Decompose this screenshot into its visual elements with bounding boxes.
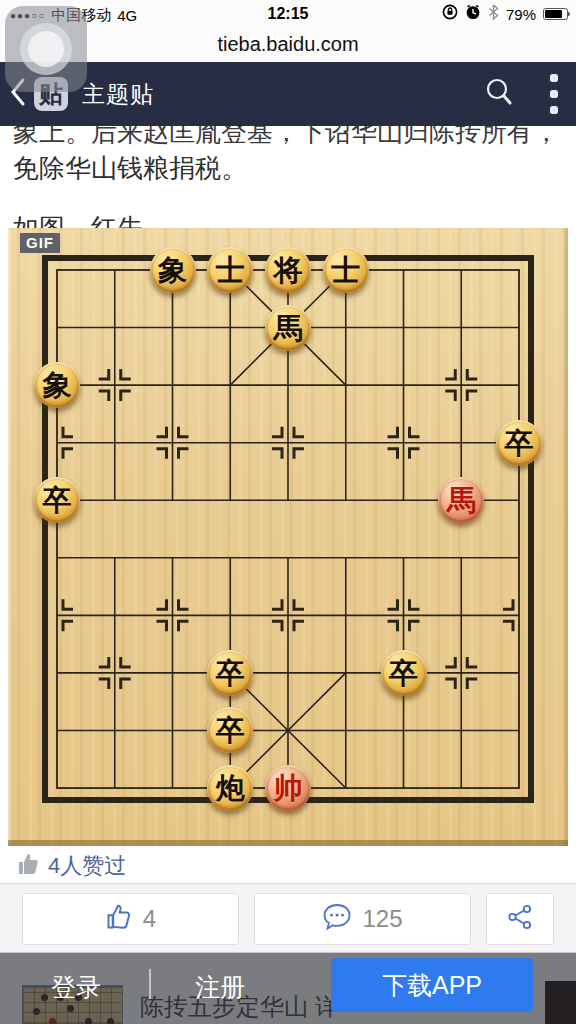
battery-icon [543, 8, 568, 20]
footer-divider [149, 969, 151, 999]
assistive-touch-button[interactable] [5, 6, 87, 92]
comment-count: 125 [362, 905, 402, 933]
share-icon [507, 904, 533, 934]
like-button[interactable]: 4 [22, 893, 239, 945]
comment-bubble-icon [322, 903, 352, 935]
post-line: 免除华山钱粮捐税。 [0, 152, 576, 185]
battery-percentage: 79% [506, 6, 536, 23]
overflow-menu-icon[interactable] [550, 74, 558, 114]
like-summary-label: 4人赞过 [48, 851, 126, 881]
alarm-icon [465, 4, 481, 24]
thumb-up-filled-icon [16, 852, 40, 880]
piece-black-卒[interactable]: 卒 [381, 650, 427, 696]
action-toolbar: 4 125 [0, 883, 576, 953]
piece-black-卒[interactable]: 卒 [34, 477, 80, 523]
bluetooth-icon [488, 4, 499, 24]
piece-black-象[interactable]: 象 [34, 362, 80, 408]
piece-black-馬[interactable]: 馬 [265, 305, 311, 351]
piece-black-卒[interactable]: 卒 [496, 420, 542, 466]
login-footer-bar: 登录 注册 下载APP [0, 953, 576, 1024]
like-count: 4 [143, 905, 156, 933]
piece-black-象[interactable]: 象 [150, 247, 196, 293]
comment-button[interactable]: 125 [254, 893, 471, 945]
piece-black-士[interactable]: 士 [323, 247, 369, 293]
page-title: 主题贴 [82, 79, 154, 110]
piece-black-卒[interactable]: 卒 [207, 650, 253, 696]
like-summary-row[interactable]: 4人赞过 [0, 848, 576, 883]
piece-black-士[interactable]: 士 [207, 247, 253, 293]
gif-badge: GIF [20, 233, 60, 253]
download-app-button[interactable]: 下载APP [331, 958, 533, 1012]
thumb-up-icon [105, 903, 133, 935]
piece-black-炮[interactable]: 炮 [207, 765, 253, 811]
orientation-lock-icon [442, 4, 458, 24]
xiangqi-board[interactable]: GIF 象士将士馬象卒卒馬卒卒卒炮帅 [8, 228, 568, 846]
status-icons: 79% [442, 4, 568, 24]
piece-red-帅[interactable]: 帅 [265, 765, 311, 811]
register-link[interactable]: 注册 [195, 971, 245, 1004]
login-link[interactable]: 登录 [51, 971, 101, 1004]
piece-black-将[interactable]: 将 [265, 247, 311, 293]
post-line-clipped: 象上。后来赵匡胤登基，下诏华山归陈抟所有， [0, 126, 576, 149]
share-button[interactable] [486, 893, 554, 945]
search-icon[interactable] [484, 77, 514, 111]
